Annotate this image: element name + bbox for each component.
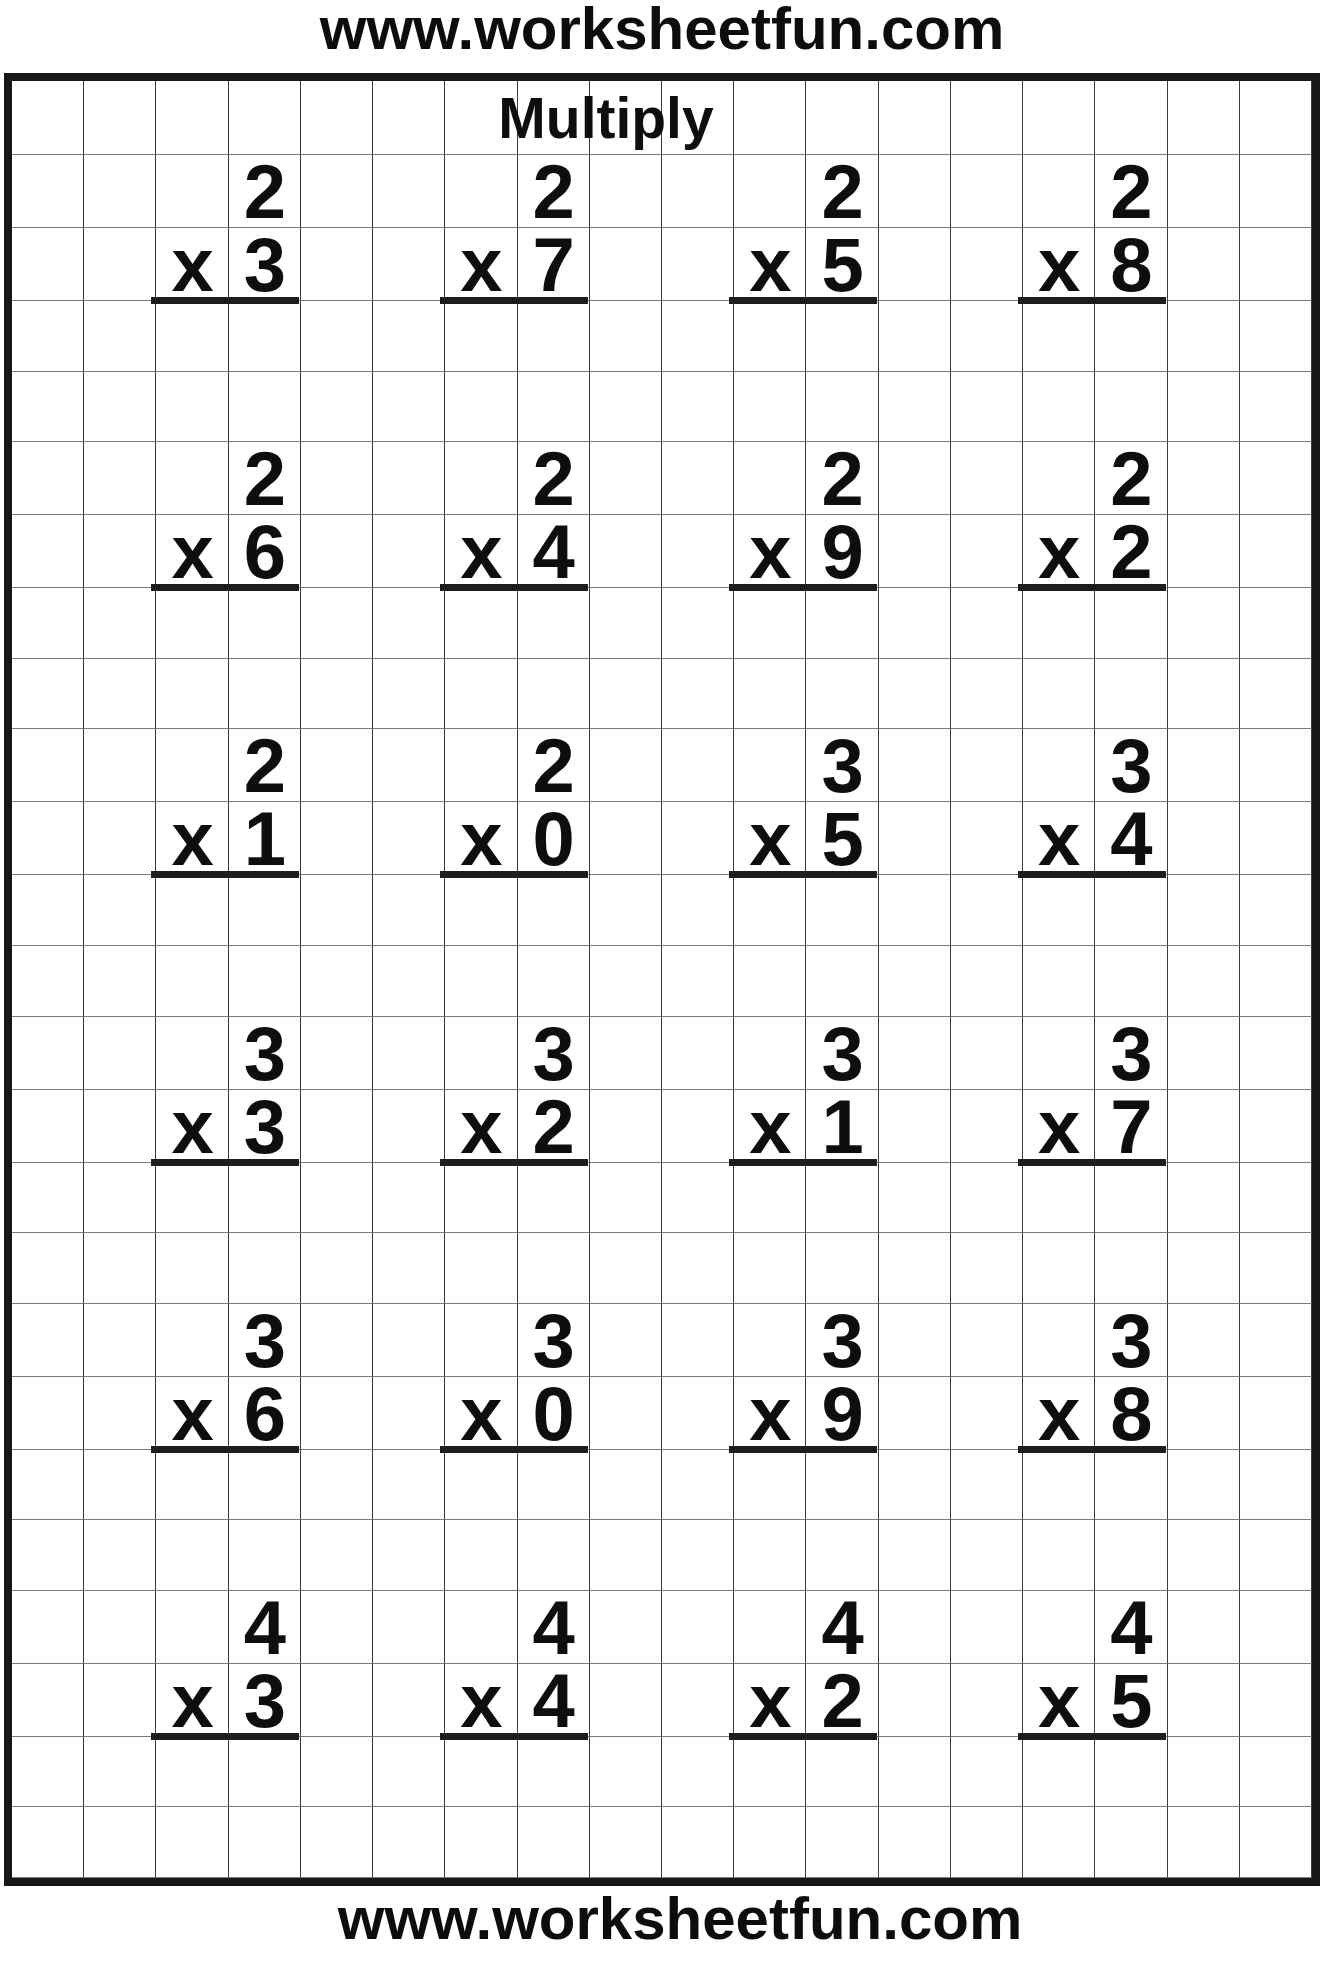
grid-cell	[1240, 1450, 1312, 1521]
grid-cell	[229, 1233, 301, 1304]
grid-cell	[1240, 802, 1312, 875]
grid-cell	[879, 1450, 951, 1521]
grid-cell	[373, 442, 445, 515]
grid-cell	[879, 802, 951, 875]
multiplier: 5	[806, 228, 878, 301]
grid-cell	[951, 372, 1023, 443]
multiply-sign: x	[734, 1664, 806, 1737]
multiply-sign: x	[1023, 228, 1095, 301]
grid-cell	[1023, 1591, 1095, 1664]
grid-cell	[879, 875, 951, 946]
grid-cell	[951, 301, 1023, 372]
multiplier: 3	[229, 228, 301, 301]
grid-cell	[662, 515, 734, 588]
multiplicand: 3	[806, 1017, 878, 1090]
grid-cell	[806, 946, 878, 1017]
grid-cell	[1240, 372, 1312, 443]
grid-cell	[662, 1520, 734, 1591]
grid-cell	[301, 1233, 373, 1304]
grid-cell	[84, 1520, 156, 1591]
grid-cell	[951, 1163, 1023, 1234]
grid-cell	[84, 301, 156, 372]
grid-cell	[734, 1591, 806, 1664]
grid-cell	[12, 301, 84, 372]
grid-cell	[445, 946, 517, 1017]
grid-cell	[951, 946, 1023, 1017]
grid-cell	[806, 1163, 878, 1234]
grid-cell	[1023, 729, 1095, 802]
grid-cell	[301, 1807, 373, 1878]
grid-cell	[156, 442, 228, 515]
multiplicand: 3	[806, 729, 878, 802]
grid-cell	[806, 1807, 878, 1878]
answer-line	[440, 297, 587, 304]
grid-cell	[1168, 372, 1240, 443]
grid-cell	[879, 1377, 951, 1450]
answer-line	[729, 1733, 876, 1740]
grid-cell	[1023, 372, 1095, 443]
grid-cell	[1095, 1807, 1167, 1878]
grid-cell	[734, 946, 806, 1017]
grid-cell	[156, 372, 228, 443]
grid-cell	[1168, 1304, 1240, 1377]
grid-cell	[662, 946, 734, 1017]
grid-cell	[518, 1233, 590, 1304]
grid-cell	[590, 588, 662, 659]
grid-cell	[879, 1591, 951, 1664]
grid-cell	[590, 1664, 662, 1737]
grid-cell	[590, 729, 662, 802]
grid-cell	[445, 1807, 517, 1878]
grid-cell	[12, 729, 84, 802]
grid-cell	[1023, 1233, 1095, 1304]
grid-cell	[1168, 1591, 1240, 1664]
answer-line	[1018, 871, 1165, 878]
multiply-sign: x	[156, 515, 228, 588]
multiply-sign: x	[156, 228, 228, 301]
answer-line	[729, 1446, 876, 1453]
grid-cell	[518, 372, 590, 443]
grid-cell	[301, 1664, 373, 1737]
grid-cell	[734, 1450, 806, 1521]
grid-cell	[879, 1163, 951, 1234]
grid-cell	[590, 1450, 662, 1521]
grid-cell	[734, 1807, 806, 1878]
multiplicand: 2	[806, 442, 878, 515]
multiplier: 4	[518, 515, 590, 588]
grid-cell	[1168, 515, 1240, 588]
grid-cell	[734, 1233, 806, 1304]
grid-cell	[879, 729, 951, 802]
grid-cell	[951, 1233, 1023, 1304]
grid-cell	[1095, 946, 1167, 1017]
grid-cell	[301, 1304, 373, 1377]
grid-cell	[806, 1233, 878, 1304]
grid-cell	[951, 1090, 1023, 1163]
grid-cell	[12, 1377, 84, 1450]
grid-cell	[1095, 875, 1167, 946]
grid-cell	[229, 1450, 301, 1521]
grid-cell	[590, 515, 662, 588]
grid-cell	[156, 875, 228, 946]
grid-cell	[229, 588, 301, 659]
grid-cell	[734, 1017, 806, 1090]
grid-cell	[373, 1737, 445, 1808]
grid-cell	[951, 1807, 1023, 1878]
grid-cell	[734, 875, 806, 946]
grid-cell	[12, 1520, 84, 1591]
multiplicand: 3	[1095, 1017, 1167, 1090]
grid-cell	[951, 1737, 1023, 1808]
grid-cell	[734, 372, 806, 443]
multiplier: 7	[1095, 1090, 1167, 1163]
multiply-sign: x	[156, 802, 228, 875]
grid-cell	[445, 372, 517, 443]
grid-cell	[662, 155, 734, 228]
grid-cell	[373, 875, 445, 946]
grid-cell	[84, 729, 156, 802]
multiply-sign: x	[445, 515, 517, 588]
grid-cell	[156, 1450, 228, 1521]
answer-line	[1018, 1446, 1165, 1453]
grid-cell	[1168, 659, 1240, 730]
grid-cell	[1023, 1017, 1095, 1090]
grid-cell	[1095, 1163, 1167, 1234]
grid-cell	[1240, 729, 1312, 802]
multiply-sign: x	[445, 228, 517, 301]
grid-cell	[229, 946, 301, 1017]
multiply-sign: x	[156, 1664, 228, 1737]
grid-cell	[879, 228, 951, 301]
grid-cell	[301, 1591, 373, 1664]
grid-cell	[12, 228, 84, 301]
grid-cell	[301, 875, 373, 946]
answer-line	[151, 1733, 298, 1740]
grid-cell	[662, 1450, 734, 1521]
grid-cell	[156, 155, 228, 228]
grid-cell	[1168, 1664, 1240, 1737]
multiplier: 3	[229, 1090, 301, 1163]
grid-cell	[229, 659, 301, 730]
multiplicand: 3	[229, 1304, 301, 1377]
grid-cell	[590, 946, 662, 1017]
grid-cell	[951, 588, 1023, 659]
grid-cell	[84, 1450, 156, 1521]
multiplier: 0	[518, 802, 590, 875]
grid-cell	[734, 1304, 806, 1377]
grid-cell	[1023, 1304, 1095, 1377]
grid-cell	[373, 1233, 445, 1304]
grid-cell	[156, 301, 228, 372]
grid-cell	[1240, 228, 1312, 301]
grid-cell	[951, 875, 1023, 946]
grid-cell	[1168, 802, 1240, 875]
grid-cell	[156, 1807, 228, 1878]
grid-cell	[734, 301, 806, 372]
grid-cell	[373, 1090, 445, 1163]
grid-cell	[879, 659, 951, 730]
grid-cell	[518, 1450, 590, 1521]
multiplier: 1	[229, 802, 301, 875]
grid-cell	[951, 659, 1023, 730]
grid-cell	[734, 659, 806, 730]
grid-cell	[1240, 1233, 1312, 1304]
grid-cell	[518, 1520, 590, 1591]
multiplier: 3	[229, 1664, 301, 1737]
grid-cell	[590, 1304, 662, 1377]
grid-cell	[373, 515, 445, 588]
grid-cell	[1023, 946, 1095, 1017]
multiplier: 5	[1095, 1664, 1167, 1737]
grid-cell	[951, 1520, 1023, 1591]
grid-cell	[879, 946, 951, 1017]
grid-cell	[373, 729, 445, 802]
grid-cell	[156, 659, 228, 730]
grid-cell	[734, 588, 806, 659]
answer-line	[729, 297, 876, 304]
grid-cell	[879, 442, 951, 515]
grid-cell	[1240, 1377, 1312, 1450]
grid-cell	[373, 946, 445, 1017]
grid-cell	[1240, 1520, 1312, 1591]
grid-cell	[879, 1520, 951, 1591]
answer-line	[440, 1159, 587, 1166]
grid-cell	[1168, 875, 1240, 946]
grid-cell	[12, 155, 84, 228]
multiply-sign: x	[734, 802, 806, 875]
answer-line	[440, 1733, 587, 1740]
multiplier: 5	[806, 802, 878, 875]
grid-cell	[229, 1807, 301, 1878]
grid-cell	[590, 442, 662, 515]
multiplicand: 3	[806, 1304, 878, 1377]
grid-cell	[1168, 1163, 1240, 1234]
grid-cell	[301, 155, 373, 228]
grid-cell	[84, 228, 156, 301]
grid-cell	[301, 802, 373, 875]
grid-cell	[951, 1377, 1023, 1450]
grid-cell	[373, 1520, 445, 1591]
grid-cell	[662, 875, 734, 946]
multiplier: 2	[1095, 515, 1167, 588]
grid-cell	[84, 1591, 156, 1664]
grid-cell	[156, 1017, 228, 1090]
multiply-sign: x	[1023, 802, 1095, 875]
grid-cell	[12, 1017, 84, 1090]
grid-cell	[1023, 301, 1095, 372]
grid-cell	[12, 1807, 84, 1878]
grid-cell	[84, 442, 156, 515]
grid-cell	[301, 301, 373, 372]
answer-line	[151, 1159, 298, 1166]
grid-cell	[301, 1017, 373, 1090]
grid-cell	[12, 588, 84, 659]
grid-cell	[1240, 659, 1312, 730]
grid-cell	[229, 875, 301, 946]
multiplier: 6	[229, 1377, 301, 1450]
multiplier: 1	[806, 1090, 878, 1163]
grid-cell	[229, 1163, 301, 1234]
grid-cell	[662, 1017, 734, 1090]
multiplicand: 4	[806, 1591, 878, 1664]
grid-cell	[951, 515, 1023, 588]
grid-cell	[1168, 301, 1240, 372]
grid-cell	[590, 155, 662, 228]
grid-cell	[373, 802, 445, 875]
grid-cell	[156, 1163, 228, 1234]
grid-cell	[662, 1591, 734, 1664]
grid-cell	[1240, 1090, 1312, 1163]
grid-cell	[445, 1233, 517, 1304]
grid-cell	[590, 1377, 662, 1450]
grid-cell	[445, 155, 517, 228]
grid-cell	[156, 946, 228, 1017]
multiplicand: 4	[518, 1591, 590, 1664]
grid-cell	[1023, 442, 1095, 515]
grid-cell	[1095, 1233, 1167, 1304]
answer-line	[1018, 1159, 1165, 1166]
multiplicand: 2	[1095, 155, 1167, 228]
grid-cell	[951, 442, 1023, 515]
grid-cell	[229, 1737, 301, 1808]
grid-cell	[1168, 1807, 1240, 1878]
grid-cell	[229, 1520, 301, 1591]
multiplicand: 3	[518, 1304, 590, 1377]
grid-cell	[1023, 1450, 1095, 1521]
grid-cell	[1095, 588, 1167, 659]
grid-cell	[734, 442, 806, 515]
grid-cell	[590, 1737, 662, 1808]
grid-cell	[445, 1737, 517, 1808]
grid-cell	[373, 1591, 445, 1664]
grid-cell	[951, 729, 1023, 802]
grid-cell	[84, 1807, 156, 1878]
grid-cell	[1168, 1090, 1240, 1163]
grid-cell	[1168, 1737, 1240, 1808]
grid-cell	[373, 659, 445, 730]
multiplicand: 4	[229, 1591, 301, 1664]
multiplicand: 2	[229, 729, 301, 802]
multiply-sign: x	[445, 1090, 517, 1163]
grid-cell	[1095, 1450, 1167, 1521]
multiplicand: 2	[518, 729, 590, 802]
grid-cell	[12, 946, 84, 1017]
grid-cell	[301, 372, 373, 443]
grid-cell	[1168, 588, 1240, 659]
grid-cell	[12, 802, 84, 875]
grid-cell	[662, 1737, 734, 1808]
answer-line	[729, 871, 876, 878]
grid-cell	[445, 1017, 517, 1090]
grid-cell	[84, 875, 156, 946]
grid-cell	[156, 729, 228, 802]
grid-cell	[373, 1807, 445, 1878]
grid-cell	[1240, 1664, 1312, 1737]
grid-cell	[806, 1520, 878, 1591]
grid-cell	[12, 1090, 84, 1163]
grid-cell	[1168, 1450, 1240, 1521]
grid-cell	[662, 1664, 734, 1737]
grid-cell	[301, 442, 373, 515]
grid-cell	[373, 301, 445, 372]
grid-cell	[84, 1664, 156, 1737]
answer-line	[151, 297, 298, 304]
multiplier: 6	[229, 515, 301, 588]
grid-cell	[1095, 372, 1167, 443]
grid-cell	[84, 1233, 156, 1304]
grid-cell	[373, 155, 445, 228]
grid-cell	[806, 1450, 878, 1521]
grid-cell	[84, 1090, 156, 1163]
grid-cell	[373, 1304, 445, 1377]
multiplicand: 3	[229, 1017, 301, 1090]
grid-cell	[879, 1807, 951, 1878]
grid-cell	[806, 588, 878, 659]
grid-cell	[84, 515, 156, 588]
grid-cell	[518, 875, 590, 946]
multiplicand: 4	[1095, 1591, 1167, 1664]
grid-cell	[1168, 442, 1240, 515]
multiplier: 9	[806, 515, 878, 588]
grid-cell	[590, 802, 662, 875]
grid-cell	[445, 442, 517, 515]
multiplier: 2	[806, 1664, 878, 1737]
grid-cell	[1240, 1807, 1312, 1878]
grid-cell	[1168, 155, 1240, 228]
grid-cell	[1240, 1591, 1312, 1664]
grid-cell	[662, 1377, 734, 1450]
grid-cell	[662, 1807, 734, 1878]
grid-cell	[662, 228, 734, 301]
grid-cell	[806, 372, 878, 443]
answer-line	[151, 584, 298, 591]
multiply-sign: x	[445, 1377, 517, 1450]
grid-cell	[301, 1090, 373, 1163]
multiplicand: 3	[1095, 1304, 1167, 1377]
multiplier: 4	[1095, 802, 1167, 875]
grid-cell	[1023, 1520, 1095, 1591]
grid-cell	[734, 155, 806, 228]
grid-cell	[445, 875, 517, 946]
grid-cell	[301, 1450, 373, 1521]
multiply-sign: x	[734, 1377, 806, 1450]
header-site-url: www.worksheetfun.com	[0, 0, 1324, 63]
multiply-sign: x	[445, 802, 517, 875]
grid-cell	[301, 588, 373, 659]
grid-cell	[1168, 1233, 1240, 1304]
multiplier: 8	[1095, 228, 1167, 301]
grid-cell	[12, 515, 84, 588]
grid-cell	[1023, 1737, 1095, 1808]
grid-cell	[445, 1163, 517, 1234]
grid-cell	[373, 228, 445, 301]
grid-cell	[84, 1017, 156, 1090]
grid-cell	[879, 1304, 951, 1377]
grid-cell	[662, 588, 734, 659]
grid-cell	[662, 802, 734, 875]
grid-cell	[12, 442, 84, 515]
grid-cell	[12, 1450, 84, 1521]
grid-cell	[879, 515, 951, 588]
answer-line	[729, 584, 876, 591]
grid-cell	[12, 1163, 84, 1234]
worksheet-grid: Multiply 2x32x72x52x82x62x42x92x22x12x03…	[4, 73, 1320, 1886]
grid-cell	[156, 1233, 228, 1304]
multiply-sign: x	[1023, 1090, 1095, 1163]
multiply-sign: x	[1023, 515, 1095, 588]
grid-cell	[590, 301, 662, 372]
grid-cell	[1240, 442, 1312, 515]
